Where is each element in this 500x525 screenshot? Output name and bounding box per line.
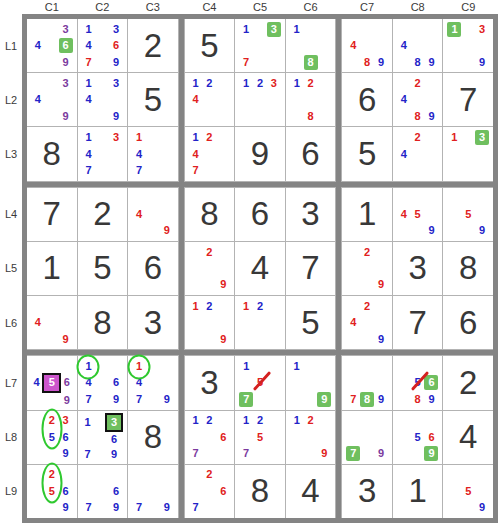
- sudoku-assistant-view: C1C2C3C4C5C6C7C8C9 L1L2L3L4L5L6L7L8L9 34…: [0, 0, 500, 525]
- candidate-grid: 79: [132, 467, 174, 516]
- cell-L2C6[interactable]: 128: [286, 73, 336, 126]
- candidate-5[interactable]: 5: [253, 375, 267, 391]
- solved-digit: 8: [78, 296, 128, 349]
- candidate-3[interactable]: 3: [109, 75, 123, 91]
- solved-digit: 8: [185, 188, 235, 241]
- solved-digit: 8: [443, 242, 493, 295]
- candidate-9[interactable]: 9: [160, 500, 174, 516]
- candidate-2[interactable]: 2: [203, 244, 217, 260]
- row-label-L8: L8: [0, 411, 22, 464]
- candidate-5[interactable]: 5: [45, 483, 59, 499]
- candidate-2[interactable]: 2: [45, 467, 59, 483]
- block-separator-vertical: [179, 19, 184, 518]
- candidate-9[interactable]: 9: [216, 331, 230, 347]
- cell-L1C8[interactable]: 489: [393, 19, 443, 72]
- candidate-9[interactable]: 9: [109, 500, 123, 516]
- cell-L3C5[interactable]: 9: [235, 127, 285, 180]
- candidate-5[interactable]: 5: [411, 375, 425, 391]
- cell-L7C9[interactable]: 2: [443, 356, 493, 409]
- row-label-L7: L7: [0, 356, 22, 409]
- candidate-2[interactable]: 2: [411, 129, 425, 145]
- cell-L7C1[interactable]: 4569: [27, 356, 77, 409]
- col-label-C1: C1: [27, 0, 77, 14]
- placement-highlight: 3: [475, 130, 489, 145]
- candidate-5[interactable]: 5: [461, 206, 475, 222]
- candidate-9[interactable]: 9: [109, 391, 123, 407]
- candidate-4[interactable]: 4: [346, 37, 360, 53]
- candidate-5[interactable]: 5: [461, 483, 475, 499]
- candidate-9[interactable]: 9: [317, 391, 331, 407]
- candidate-6[interactable]: 6: [109, 483, 123, 499]
- cell-L2C1[interactable]: 349: [27, 73, 77, 126]
- candidate-4[interactable]: 4: [397, 206, 411, 222]
- cell-L9C7[interactable]: 3: [342, 465, 392, 518]
- cell-L3C9[interactable]: 13: [443, 127, 493, 180]
- candidate-8[interactable]: 8: [411, 108, 425, 124]
- solved-digit: 7: [27, 188, 77, 241]
- cell-L5C6[interactable]: 7: [286, 242, 336, 295]
- cell-L7C8[interactable]: 5689: [393, 356, 443, 409]
- placement-highlight: 9: [317, 392, 331, 407]
- placement-highlight: 3: [105, 413, 123, 432]
- candidate-9[interactable]: 9: [109, 108, 123, 124]
- candidate-grid: 157: [239, 358, 281, 407]
- candidate-2[interactable]: 2: [304, 75, 318, 91]
- candidate-5[interactable]: 5: [411, 206, 425, 222]
- cell-L2C9[interactable]: 7: [443, 73, 493, 126]
- candidate-9[interactable]: 9: [475, 222, 489, 238]
- candidate-2[interactable]: 2: [203, 413, 217, 429]
- candidate-8[interactable]: 8: [304, 54, 318, 70]
- cell-L9C8[interactable]: 1: [393, 465, 443, 518]
- candidate-4[interactable]: 4: [132, 146, 146, 162]
- candidate-4[interactable]: 4: [31, 37, 45, 53]
- cell-L5C1[interactable]: 1: [27, 242, 77, 295]
- col-label-C2: C2: [78, 0, 128, 14]
- cell-L7C3[interactable]: 1479: [128, 356, 178, 409]
- candidate-3[interactable]: 3: [109, 129, 123, 145]
- cell-L1C1[interactable]: 3469: [27, 19, 77, 72]
- candidate-7[interactable]: 7: [239, 391, 253, 407]
- row-label-L2: L2: [0, 73, 22, 126]
- solved-digit: 3: [393, 242, 443, 295]
- candidate-9[interactable]: 9: [374, 391, 388, 407]
- solved-digit: 6: [286, 127, 336, 180]
- cell-L5C3[interactable]: 6: [128, 242, 178, 295]
- candidate-grid: 1257: [239, 413, 281, 462]
- cell-L8C4[interactable]: 1267: [185, 411, 235, 464]
- cell-L2C8[interactable]: 2489: [393, 73, 443, 126]
- solved-digit: 7: [443, 73, 493, 126]
- cell-L3C6[interactable]: 6: [286, 127, 336, 180]
- cell-L6C1[interactable]: 49: [27, 296, 77, 349]
- candidate-3[interactable]: 3: [267, 21, 281, 37]
- candidate-9[interactable]: 9: [424, 445, 438, 461]
- candidate-4[interactable]: 4: [82, 37, 96, 53]
- solved-digit: 2: [443, 356, 493, 409]
- candidate-1[interactable]: 1: [82, 75, 96, 91]
- cell-L6C4[interactable]: 129: [185, 296, 235, 349]
- candidate-9[interactable]: 9: [425, 54, 439, 70]
- cell-L9C2[interactable]: 679: [78, 465, 128, 518]
- candidate-1[interactable]: 1: [82, 129, 96, 145]
- candidate-grid: 29: [189, 244, 231, 293]
- candidate-2[interactable]: 2: [45, 413, 59, 429]
- candidate-4[interactable]: 4: [346, 315, 360, 331]
- candidate-9[interactable]: 9: [425, 222, 439, 238]
- candidate-grid: 123: [239, 75, 281, 124]
- candidate-9[interactable]: 9: [59, 500, 73, 516]
- placement-highlight: 6: [424, 375, 438, 390]
- row-label-L9: L9: [0, 465, 22, 518]
- cell-L2C2[interactable]: 1349: [78, 73, 128, 126]
- candidate-grid: 134679: [82, 21, 124, 70]
- cell-L7C5[interactable]: 157: [235, 356, 285, 409]
- cell-L7C6[interactable]: 19: [286, 356, 336, 409]
- candidate-9[interactable]: 9: [425, 108, 439, 124]
- sudoku-board: 3469134679251371848948913934913495124123…: [22, 14, 498, 523]
- placement-highlight: 6: [59, 38, 73, 53]
- candidate-grid: 139: [447, 21, 489, 70]
- candidate-7[interactable]: 7: [189, 500, 203, 516]
- cell-L5C2[interactable]: 5: [78, 242, 128, 295]
- cell-L4C8[interactable]: 459: [393, 188, 443, 241]
- cell-L8C6[interactable]: 129: [286, 411, 336, 464]
- candidate-grid: 459: [397, 190, 439, 239]
- candidate-grid: 124: [189, 75, 231, 124]
- candidate-7[interactable]: 7: [82, 54, 96, 70]
- solved-digit: 2: [128, 19, 178, 72]
- cell-L3C3[interactable]: 147: [128, 127, 178, 180]
- candidate-4[interactable]: 4: [132, 206, 146, 222]
- solved-digit: 6: [128, 242, 178, 295]
- candidate-2[interactable]: 2: [360, 298, 374, 314]
- candidate-1[interactable]: 1: [189, 129, 203, 145]
- candidate-6[interactable]: 6: [424, 429, 438, 445]
- candidate-4[interactable]: 4: [189, 92, 203, 108]
- candidate-7[interactable]: 7: [82, 500, 96, 516]
- candidate-4[interactable]: 4: [397, 92, 411, 108]
- candidate-9[interactable]: 9: [374, 277, 388, 293]
- placement-highlight: 8: [360, 392, 374, 407]
- candidate-grid: 14679: [82, 358, 124, 407]
- cell-L6C5[interactable]: 12: [235, 296, 285, 349]
- cell-L9C6[interactable]: 4: [286, 465, 336, 518]
- cell-L8C3[interactable]: 8: [128, 411, 178, 464]
- candidate-3[interactable]: 3: [59, 413, 73, 429]
- candidate-9[interactable]: 9: [59, 445, 73, 461]
- candidate-2[interactable]: 2: [253, 75, 267, 91]
- candidate-8[interactable]: 8: [411, 54, 425, 70]
- candidate-9[interactable]: 9: [59, 108, 73, 124]
- candidate-9[interactable]: 9: [160, 391, 174, 407]
- cell-L3C2[interactable]: 1347: [78, 127, 128, 180]
- cell-L4C9[interactable]: 59: [443, 188, 493, 241]
- cell-L7C2[interactable]: 14679: [78, 356, 128, 409]
- solved-digit: 5: [128, 73, 178, 126]
- assumption-highlight: 5: [42, 373, 61, 393]
- candidate-1[interactable]: 1: [290, 21, 304, 37]
- solved-digit: 8: [235, 465, 285, 518]
- cell-L6C9[interactable]: 6: [443, 296, 493, 349]
- candidate-7[interactable]: 7: [82, 391, 96, 407]
- col-label-C4: C4: [185, 0, 235, 14]
- candidate-6[interactable]: 6: [109, 37, 123, 53]
- cell-L4C7[interactable]: 1: [342, 188, 392, 241]
- solved-digit: 5: [286, 296, 336, 349]
- candidate-1[interactable]: 1: [239, 358, 253, 374]
- candidate-8[interactable]: 8: [360, 54, 374, 70]
- solved-digit: 5: [185, 19, 235, 72]
- candidate-1[interactable]: 1: [239, 21, 253, 37]
- solved-digit: 6: [443, 296, 493, 349]
- solved-digit: 4: [235, 242, 285, 295]
- placement-highlight: 3: [267, 22, 281, 37]
- candidate-3[interactable]: 3: [105, 413, 123, 432]
- candidate-4[interactable]: 4: [132, 375, 146, 391]
- candidate-6[interactable]: 6: [109, 375, 123, 391]
- cell-L4C6[interactable]: 3: [286, 188, 336, 241]
- candidate-3[interactable]: 3: [475, 21, 489, 37]
- cell-L2C3[interactable]: 5: [128, 73, 178, 126]
- cell-L2C7[interactable]: 6: [342, 73, 392, 126]
- cell-L9C3[interactable]: 79: [128, 465, 178, 518]
- cell-L9C9[interactable]: 59: [443, 465, 493, 518]
- candidate-1[interactable]: 1: [82, 21, 96, 37]
- candidate-1[interactable]: 1: [239, 75, 253, 91]
- candidate-4[interactable]: 4: [189, 146, 203, 162]
- candidate-7[interactable]: 7: [239, 445, 253, 461]
- candidate-grid: 147: [132, 129, 174, 178]
- candidate-1[interactable]: 1: [447, 129, 461, 145]
- cell-L2C4[interactable]: 124: [185, 73, 235, 126]
- cell-L4C2[interactable]: 2: [78, 188, 128, 241]
- candidate-grid: 267: [189, 467, 231, 516]
- candidate-1[interactable]: 1: [82, 413, 94, 432]
- candidate-9[interactable]: 9: [317, 445, 331, 461]
- candidate-7[interactable]: 7: [346, 445, 360, 461]
- cell-L4C4[interactable]: 8: [185, 188, 235, 241]
- candidate-6[interactable]: 6: [61, 373, 72, 393]
- candidate-5[interactable]: 5: [253, 429, 267, 445]
- candidate-7[interactable]: 7: [132, 162, 146, 178]
- candidate-9[interactable]: 9: [109, 54, 123, 70]
- cell-L4C3[interactable]: 49: [128, 188, 178, 241]
- block-separator-vertical: [336, 19, 341, 518]
- candidate-1[interactable]: 1: [290, 358, 304, 374]
- cell-L8C5[interactable]: 1257: [235, 411, 285, 464]
- candidate-9[interactable]: 9: [216, 277, 230, 293]
- candidate-7[interactable]: 7: [82, 162, 96, 178]
- candidate-6[interactable]: 6: [59, 483, 73, 499]
- candidate-grid: 1479: [132, 358, 174, 407]
- solved-digit: 3: [286, 188, 336, 241]
- candidate-2[interactable]: 2: [203, 298, 217, 314]
- candidate-9[interactable]: 9: [59, 331, 73, 347]
- candidate-4[interactable]: 4: [82, 92, 96, 108]
- candidate-1[interactable]: 1: [132, 129, 146, 145]
- candidate-2[interactable]: 2: [203, 467, 217, 483]
- candidate-grid: 349: [31, 75, 73, 124]
- candidate-1[interactable]: 1: [239, 298, 253, 314]
- candidate-grid: 29: [346, 244, 388, 293]
- cell-L5C5[interactable]: 4: [235, 242, 285, 295]
- solved-digit: 8: [27, 127, 77, 180]
- candidate-4[interactable]: 4: [397, 37, 411, 53]
- cell-L5C7[interactable]: 29: [342, 242, 392, 295]
- candidate-7[interactable]: 7: [189, 445, 203, 461]
- solved-digit: 5: [78, 242, 128, 295]
- cell-L7C7[interactable]: 789: [342, 356, 392, 409]
- candidate-3[interactable]: 3: [475, 129, 489, 145]
- candidate-grid: 24: [397, 129, 439, 178]
- row-labels: L1L2L3L4L5L6L7L8L9: [0, 19, 22, 518]
- candidate-9[interactable]: 9: [374, 445, 388, 461]
- candidate-7[interactable]: 7: [189, 162, 203, 178]
- candidate-grid: 1247: [189, 129, 231, 178]
- candidate-1[interactable]: 1: [132, 358, 146, 374]
- cell-L4C5[interactable]: 6: [235, 188, 285, 241]
- placement-highlight: 9: [424, 446, 438, 461]
- candidate-2[interactable]: 2: [203, 129, 217, 145]
- candidate-grid: 5689: [397, 358, 439, 407]
- candidate-9[interactable]: 9: [160, 222, 174, 238]
- candidate-2[interactable]: 2: [304, 413, 318, 429]
- cell-L9C4[interactable]: 267: [185, 465, 235, 518]
- solved-digit: 4: [443, 411, 493, 464]
- candidate-8[interactable]: 8: [411, 391, 425, 407]
- col-label-C8: C8: [393, 0, 443, 14]
- candidate-4[interactable]: 4: [31, 92, 45, 108]
- solved-digit: 3: [185, 356, 235, 409]
- candidate-5[interactable]: 5: [411, 429, 425, 445]
- candidate-2[interactable]: 2: [411, 75, 425, 91]
- candidate-1[interactable]: 1: [189, 413, 203, 429]
- cell-L6C2[interactable]: 8: [78, 296, 128, 349]
- cell-L1C7[interactable]: 489: [342, 19, 392, 72]
- candidate-4[interactable]: 4: [31, 315, 45, 331]
- candidate-8[interactable]: 8: [360, 391, 374, 407]
- candidate-7[interactable]: 7: [82, 447, 94, 462]
- column-labels: C1C2C3C4C5C6C7C8C9: [27, 0, 493, 14]
- candidate-6[interactable]: 6: [216, 429, 230, 445]
- candidate-1[interactable]: 1: [189, 298, 203, 314]
- candidate-3[interactable]: 3: [267, 75, 281, 91]
- candidate-2[interactable]: 2: [253, 298, 267, 314]
- cell-L9C5[interactable]: 8: [235, 465, 285, 518]
- candidate-2[interactable]: 2: [203, 75, 217, 91]
- cell-L1C5[interactable]: 137: [235, 19, 285, 72]
- candidate-6[interactable]: 6: [216, 483, 230, 499]
- solved-digit: 2: [78, 188, 128, 241]
- candidate-1[interactable]: 1: [239, 413, 253, 429]
- candidate-4[interactable]: 4: [397, 146, 411, 162]
- candidate-9[interactable]: 9: [61, 393, 72, 408]
- candidate-7[interactable]: 7: [132, 391, 146, 407]
- candidate-grid: 13679: [82, 413, 124, 462]
- candidate-6[interactable]: 6: [59, 429, 73, 445]
- candidate-8[interactable]: 8: [304, 108, 318, 124]
- candidate-1[interactable]: 1: [82, 358, 96, 374]
- cell-L6C8[interactable]: 7: [393, 296, 443, 349]
- candidate-4[interactable]: 4: [82, 375, 96, 391]
- cell-L9C1[interactable]: 2569: [27, 465, 77, 518]
- candidate-9[interactable]: 9: [374, 54, 388, 70]
- cell-L7C4[interactable]: 3: [185, 356, 235, 409]
- cell-L5C8[interactable]: 3: [393, 242, 443, 295]
- col-label-C3: C3: [128, 0, 178, 14]
- candidate-9[interactable]: 9: [424, 391, 438, 407]
- candidate-4[interactable]: 4: [31, 373, 42, 393]
- candidate-9[interactable]: 9: [105, 447, 123, 462]
- candidate-1[interactable]: 1: [290, 75, 304, 91]
- cell-L8C1[interactable]: 23569: [27, 411, 77, 464]
- candidate-6[interactable]: 6: [59, 37, 73, 53]
- row-label-L6: L6: [0, 296, 22, 349]
- cell-L1C9[interactable]: 139: [443, 19, 493, 72]
- candidate-1[interactable]: 1: [189, 75, 203, 91]
- cell-L3C4[interactable]: 1247: [185, 127, 235, 180]
- candidate-3[interactable]: 3: [109, 21, 123, 37]
- cell-L3C1[interactable]: 8: [27, 127, 77, 180]
- cell-L6C7[interactable]: 249: [342, 296, 392, 349]
- cell-L1C6[interactable]: 18: [286, 19, 336, 72]
- cell-L6C3[interactable]: 3: [128, 296, 178, 349]
- cell-L3C7[interactable]: 5: [342, 127, 392, 180]
- candidate-5[interactable]: 5: [42, 373, 61, 393]
- candidate-7[interactable]: 7: [132, 500, 146, 516]
- candidate-4[interactable]: 4: [82, 146, 96, 162]
- candidate-grid: 12: [239, 298, 281, 347]
- cell-L1C4[interactable]: 5: [185, 19, 235, 72]
- candidate-grid: 249: [346, 298, 388, 347]
- cell-L2C5[interactable]: 123: [235, 73, 285, 126]
- cell-L4C1[interactable]: 7: [27, 188, 77, 241]
- candidate-1[interactable]: 1: [290, 413, 304, 429]
- cell-L8C7[interactable]: 79: [342, 411, 392, 464]
- candidate-1[interactable]: 1: [447, 21, 461, 37]
- cell-L1C3[interactable]: 2: [128, 19, 178, 72]
- cell-L5C9[interactable]: 8: [443, 242, 493, 295]
- candidate-9[interactable]: 9: [475, 500, 489, 516]
- row-label-L1: L1: [0, 19, 22, 72]
- candidate-9[interactable]: 9: [475, 54, 489, 70]
- cell-L1C2[interactable]: 134679: [78, 19, 128, 72]
- candidate-9[interactable]: 9: [59, 54, 73, 70]
- solved-digit: 3: [128, 296, 178, 349]
- candidate-7[interactable]: 7: [346, 391, 360, 407]
- candidate-6[interactable]: 6: [424, 375, 438, 391]
- candidate-7[interactable]: 7: [239, 54, 253, 70]
- candidate-9[interactable]: 9: [374, 331, 388, 347]
- candidate-grid: 4569: [31, 358, 73, 407]
- cell-L3C8[interactable]: 24: [393, 127, 443, 180]
- candidate-grid: 569: [397, 413, 439, 462]
- cell-L8C9[interactable]: 4: [443, 411, 493, 464]
- cell-L5C4[interactable]: 29: [185, 242, 235, 295]
- candidate-2[interactable]: 2: [253, 413, 267, 429]
- candidate-2[interactable]: 2: [360, 244, 374, 260]
- candidate-5[interactable]: 5: [45, 429, 59, 445]
- candidate-3[interactable]: 3: [59, 21, 73, 37]
- cell-L8C8[interactable]: 569: [393, 411, 443, 464]
- candidate-3[interactable]: 3: [59, 75, 73, 91]
- candidate-grid: 128: [290, 75, 332, 124]
- col-label-C9: C9: [443, 0, 493, 14]
- cell-L8C2[interactable]: 13679: [78, 411, 128, 464]
- candidate-6[interactable]: 6: [105, 432, 123, 447]
- cell-L6C6[interactable]: 5: [286, 296, 336, 349]
